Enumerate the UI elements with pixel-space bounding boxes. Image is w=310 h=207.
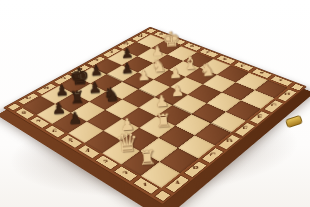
file-label: H [283, 90, 290, 99]
file-label: F [109, 48, 114, 56]
rank-label: 3 [103, 157, 109, 167]
rank-label: 6 [52, 127, 58, 136]
file-label: B [191, 163, 199, 173]
file-label: E [241, 124, 247, 134]
file-label: F [256, 112, 262, 121]
light-pawn-d3[interactable]: ♟ [149, 93, 174, 110]
rank-label: 4 [223, 55, 228, 63]
frame-corner [6, 102, 20, 110]
light-rook-c2[interactable]: ♜ [150, 111, 177, 131]
gold-finial-icon: ✦ [67, 59, 90, 67]
rank-label: 5 [206, 49, 211, 57]
rank-label: 1 [142, 180, 149, 191]
file-label: G [270, 101, 277, 110]
frame-corner [289, 83, 303, 91]
rank-label: 5 [68, 136, 74, 146]
file-label: C [209, 150, 216, 160]
frame-corner [153, 189, 171, 202]
rank-label: 2 [122, 168, 128, 178]
rank-label: 4 [85, 146, 91, 156]
rank-label: 7 [36, 117, 42, 126]
rank-label: 2 [259, 69, 264, 77]
light-pawn-e5[interactable]: ♟ [132, 68, 156, 84]
rank-label: 6 [190, 43, 195, 51]
dark-pawn-f7[interactable]: ♟ [117, 45, 139, 60]
gold-finial-icon: ✦ [160, 23, 181, 30]
product-photo-scene: ABCDEFGH8♟♚✦♟♟87♟♜♟♟♟♚✦76♟♞♟♞65♟♝54♟♟♟♞4… [0, 0, 310, 207]
dark-knight-c5[interactable]: ♞ [98, 84, 123, 104]
rank-label: 3 [241, 62, 246, 70]
coordinate-cell: 1 [270, 75, 293, 86]
dark-pawn-a5[interactable]: ♟ [62, 109, 88, 126]
rank-label: 8 [22, 109, 28, 118]
light-pawn-f4[interactable]: ♟ [164, 65, 188, 81]
light-rook-a1[interactable]: ♜ [133, 146, 162, 168]
file-label: D [225, 136, 232, 146]
light-knight-g3[interactable]: ♞ [195, 60, 219, 79]
file-label: A [173, 178, 180, 189]
file-label: A [25, 94, 31, 103]
